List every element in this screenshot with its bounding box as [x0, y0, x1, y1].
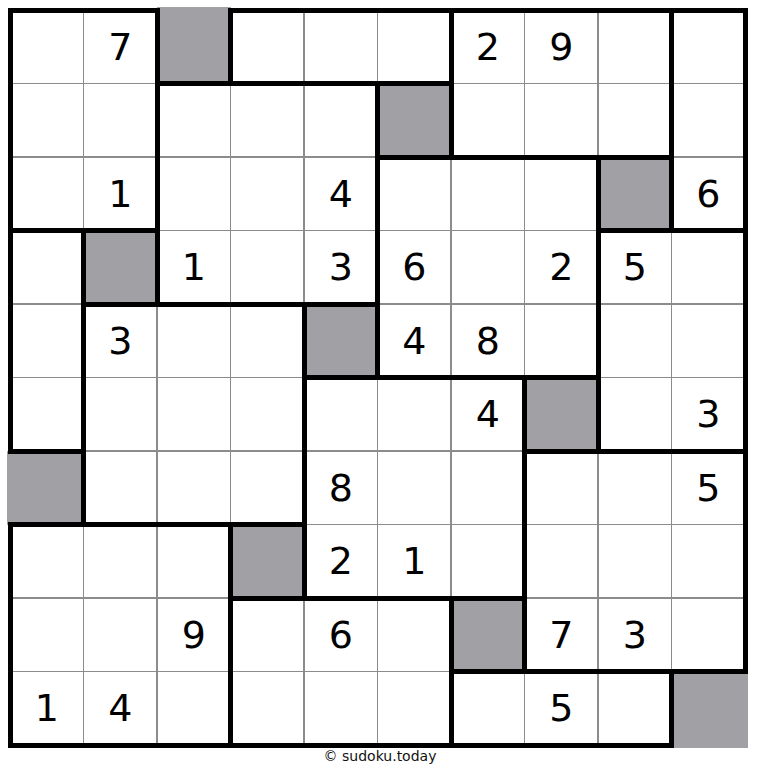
cell-r4c7[interactable]: [451, 231, 525, 305]
given-cell-r7c5[interactable]: 8: [304, 451, 378, 525]
region-border-segment: [375, 81, 454, 86]
cell-r6c4[interactable]: [231, 378, 305, 452]
outer-border-segment: [522, 8, 601, 13]
outer-border-segment: [449, 8, 528, 13]
outer-border-segment: [8, 8, 13, 87]
region-border-segment: [81, 302, 86, 381]
region-border-segment: [596, 302, 601, 381]
cell-r2c10[interactable]: [672, 84, 746, 158]
cell-r3c7[interactable]: [451, 157, 525, 231]
region-border-segment: [596, 228, 601, 307]
outer-border-segment: [8, 375, 13, 454]
cell-r10c7[interactable]: [451, 672, 525, 746]
cell-r9c6[interactable]: [378, 598, 452, 672]
given-cell-r8c5[interactable]: 2: [304, 525, 378, 599]
region-border-segment: [81, 228, 160, 233]
cell-r1c10[interactable]: [672, 10, 746, 84]
region-border-segment: [449, 596, 528, 601]
outer-border-segment: [743, 302, 748, 381]
region-border-segment: [155, 8, 160, 87]
outer-border-segment: [743, 375, 748, 454]
outer-border-segment: [81, 8, 160, 13]
cell-r7c9[interactable]: [598, 451, 672, 525]
copyright-footer: © sudoku.today: [0, 748, 760, 764]
outer-border-segment: [743, 81, 748, 160]
region-border-segment: [375, 155, 380, 234]
outer-border-segment: [8, 522, 13, 601]
region-border-segment: [302, 375, 381, 380]
outer-border-segment: [743, 522, 748, 601]
region-border-segment: [669, 81, 674, 160]
cell-r9c1[interactable]: [10, 598, 84, 672]
gap-cell-r6c8: [525, 378, 599, 452]
region-border-segment: [228, 669, 233, 748]
region-border-segment: [522, 669, 601, 674]
region-border-segment: [302, 522, 307, 601]
given-cell-r9c5[interactable]: 6: [304, 598, 378, 672]
region-border-segment: [669, 155, 674, 234]
outer-border-segment: [302, 743, 381, 748]
cell-r6c1[interactable]: [10, 378, 84, 452]
given-cell-r4c3[interactable]: 1: [157, 231, 231, 305]
region-border-segment: [522, 449, 527, 528]
given-cell-r4c6[interactable]: 6: [378, 231, 452, 305]
region-border-segment: [155, 228, 160, 307]
outer-border-segment: [8, 302, 13, 381]
cell-r5c8[interactable]: [525, 304, 599, 378]
cell-r8c9[interactable]: [598, 525, 672, 599]
region-border-segment: [155, 81, 160, 160]
outer-border-segment: [302, 8, 381, 13]
region-border-segment: [596, 669, 675, 674]
gap-cell-r9c7: [451, 598, 525, 672]
given-cell-r1c7[interactable]: 2: [451, 10, 525, 84]
region-border-segment: [596, 375, 601, 454]
region-border-segment: [669, 669, 748, 674]
region-border-segment: [302, 81, 381, 86]
cell-r1c9[interactable]: [598, 10, 672, 84]
given-cell-r7c10[interactable]: 5: [672, 451, 746, 525]
outer-border-segment: [8, 8, 87, 13]
region-border-segment: [522, 522, 527, 601]
outer-border-segment: [743, 228, 748, 307]
cell-r7c2[interactable]: [84, 451, 158, 525]
outer-border-segment: [596, 743, 675, 748]
region-border-segment: [81, 228, 86, 307]
given-cell-r5c2[interactable]: 3: [84, 304, 158, 378]
region-border-segment: [449, 669, 528, 674]
sudoku-board: 729146136253484385219673145: [0, 0, 760, 770]
given-cell-r10c2[interactable]: 4: [84, 672, 158, 746]
cell-r8c8[interactable]: [525, 525, 599, 599]
cell-r4c1[interactable]: [10, 231, 84, 305]
outer-border-segment: [8, 81, 13, 160]
cell-r10c9[interactable]: [598, 672, 672, 746]
region-border-segment: [449, 155, 528, 160]
outer-border-segment: [8, 228, 13, 307]
cell-r2c5[interactable]: [304, 84, 378, 158]
region-border-segment: [228, 596, 307, 601]
cell-r3c1[interactable]: [10, 157, 84, 231]
cell-r3c8[interactable]: [525, 157, 599, 231]
cell-r3c6[interactable]: [378, 157, 452, 231]
cell-r10c4[interactable]: [231, 672, 305, 746]
puzzle-page: 729146136253484385219673145 © sudoku.tod…: [0, 0, 760, 770]
region-border-segment: [302, 596, 381, 601]
region-border-segment: [522, 155, 601, 160]
region-border-segment: [449, 81, 454, 160]
given-cell-r9c3[interactable]: 9: [157, 598, 231, 672]
cell-r9c4[interactable]: [231, 598, 305, 672]
region-border-segment: [81, 375, 86, 454]
cell-r1c5[interactable]: [304, 10, 378, 84]
cell-r3c4[interactable]: [231, 157, 305, 231]
cell-r2c7[interactable]: [451, 84, 525, 158]
region-border-segment: [155, 522, 234, 527]
gap-cell-r7c1: [7, 451, 84, 525]
outer-border-segment: [522, 743, 601, 748]
outer-border-segment: [743, 449, 748, 528]
region-border-segment: [522, 375, 527, 454]
region-border-segment: [81, 302, 160, 307]
given-cell-r3c5[interactable]: 4: [304, 157, 378, 231]
region-border-segment: [522, 375, 601, 380]
cell-r7c6[interactable]: [378, 451, 452, 525]
cell-r10c3[interactable]: [157, 672, 231, 746]
gap-cell-r2c6: [378, 84, 452, 158]
given-cell-r6c7[interactable]: 4: [451, 378, 525, 452]
outer-border-segment: [669, 8, 748, 13]
cell-r6c6[interactable]: [378, 378, 452, 452]
cell-r8c10[interactable]: [672, 525, 746, 599]
cell-r2c2[interactable]: [84, 84, 158, 158]
outer-border-segment: [228, 743, 307, 748]
region-border-segment: [669, 449, 748, 454]
region-border-segment: [228, 596, 233, 675]
outer-border-segment: [375, 743, 454, 748]
given-cell-r3c2[interactable]: 1: [84, 157, 158, 231]
given-cell-r1c2[interactable]: 7: [84, 10, 158, 84]
region-border-segment: [669, 669, 674, 748]
region-border-segment: [155, 81, 234, 86]
outer-border-segment: [743, 155, 748, 234]
cell-r1c6[interactable]: [378, 10, 452, 84]
cell-r7c3[interactable]: [157, 451, 231, 525]
given-cell-r6c10[interactable]: 3: [672, 378, 746, 452]
gap-cell-r3c9: [598, 157, 672, 231]
gap-cell-r5c5: [304, 304, 378, 378]
outer-border-segment: [743, 596, 748, 675]
cell-r9c10[interactable]: [672, 598, 746, 672]
gap-cell-r4c2: [84, 231, 158, 305]
given-cell-r1c8[interactable]: 9: [525, 10, 599, 84]
outer-border-segment: [8, 669, 13, 748]
region-border-segment: [449, 8, 454, 87]
cell-r7c8[interactable]: [525, 451, 599, 525]
cell-r2c4[interactable]: [231, 84, 305, 158]
outer-border-segment: [155, 743, 234, 748]
region-border-segment: [375, 228, 380, 307]
given-cell-r10c1[interactable]: 1: [10, 672, 84, 746]
region-border-segment: [8, 522, 87, 527]
region-border-segment: [228, 522, 233, 601]
cell-r4c4[interactable]: [231, 231, 305, 305]
cell-r7c4[interactable]: [231, 451, 305, 525]
region-border-segment: [596, 449, 675, 454]
given-cell-r8c6[interactable]: 1: [378, 525, 452, 599]
outer-border-segment: [8, 155, 13, 234]
region-border-segment: [302, 449, 307, 528]
cell-r2c8[interactable]: [525, 84, 599, 158]
region-border-segment: [375, 302, 380, 381]
cell-r5c1[interactable]: [10, 304, 84, 378]
region-border-segment: [522, 449, 601, 454]
given-cell-r9c8[interactable]: 7: [525, 598, 599, 672]
region-border-segment: [8, 228, 87, 233]
gap-cell-r8c4: [231, 525, 305, 599]
outer-border-segment: [228, 8, 307, 13]
region-border-segment: [302, 375, 307, 454]
outer-border-segment: [8, 596, 13, 675]
region-border-segment: [8, 449, 87, 454]
cell-r5c3[interactable]: [157, 304, 231, 378]
given-cell-r9c9[interactable]: 3: [598, 598, 672, 672]
region-border-segment: [228, 8, 233, 87]
region-border-segment: [375, 81, 380, 160]
region-border-segment: [228, 522, 307, 527]
cell-r8c3[interactable]: [157, 525, 231, 599]
cell-r9c2[interactable]: [84, 598, 158, 672]
region-border-segment: [596, 155, 601, 234]
cell-r6c2[interactable]: [84, 378, 158, 452]
cell-r1c1[interactable]: [10, 10, 84, 84]
region-border-segment: [155, 155, 160, 234]
region-border-segment: [81, 449, 86, 528]
cell-r8c1[interactable]: [10, 525, 84, 599]
cell-r5c4[interactable]: [231, 304, 305, 378]
outer-border-segment: [375, 8, 454, 13]
region-border-segment: [596, 228, 675, 233]
given-cell-r10c8[interactable]: 5: [525, 672, 599, 746]
region-border-segment: [449, 375, 528, 380]
cell-r8c2[interactable]: [84, 525, 158, 599]
region-border-segment: [449, 669, 454, 748]
given-cell-r5c6[interactable]: 4: [378, 304, 452, 378]
region-border-segment: [155, 302, 234, 307]
region-border-segment: [81, 522, 160, 527]
cell-r6c3[interactable]: [157, 378, 231, 452]
cell-r6c9[interactable]: [598, 378, 672, 452]
cell-r2c9[interactable]: [598, 84, 672, 158]
outer-border-segment: [449, 743, 528, 748]
region-border-segment: [302, 302, 307, 381]
given-cell-r4c5[interactable]: 3: [304, 231, 378, 305]
region-border-segment: [375, 375, 454, 380]
cell-r1c4[interactable]: [231, 10, 305, 84]
outer-border-segment: [8, 743, 87, 748]
cell-r5c10[interactable]: [672, 304, 746, 378]
gap-cell-r10c10: [672, 672, 749, 749]
region-border-segment: [669, 8, 674, 87]
region-border-segment: [375, 155, 454, 160]
region-border-segment: [375, 596, 454, 601]
cell-r4c10[interactable]: [672, 231, 746, 305]
region-border-segment: [449, 596, 454, 675]
given-cell-r3c10[interactable]: 6: [672, 157, 746, 231]
region-border-segment: [669, 228, 748, 233]
region-border-segment: [228, 302, 307, 307]
given-cell-r4c9[interactable]: 5: [598, 231, 672, 305]
region-border-segment: [302, 302, 381, 307]
cell-r10c5[interactable]: [304, 672, 378, 746]
given-cell-r4c8[interactable]: 2: [525, 231, 599, 305]
cell-r7c7[interactable]: [451, 451, 525, 525]
cell-r2c3[interactable]: [157, 84, 231, 158]
cell-r6c5[interactable]: [304, 378, 378, 452]
outer-border-segment: [81, 743, 160, 748]
cell-r10c6[interactable]: [378, 672, 452, 746]
cell-r3c3[interactable]: [157, 157, 231, 231]
given-cell-r5c7[interactable]: 8: [451, 304, 525, 378]
region-border-segment: [596, 155, 675, 160]
cell-r8c7[interactable]: [451, 525, 525, 599]
cell-r2c1[interactable]: [10, 84, 84, 158]
gap-cell-r1c3: [157, 7, 231, 84]
cell-r5c9[interactable]: [598, 304, 672, 378]
region-border-segment: [522, 596, 527, 675]
outer-border-segment: [596, 8, 675, 13]
outer-border-segment: [743, 8, 748, 87]
region-border-segment: [228, 81, 307, 86]
